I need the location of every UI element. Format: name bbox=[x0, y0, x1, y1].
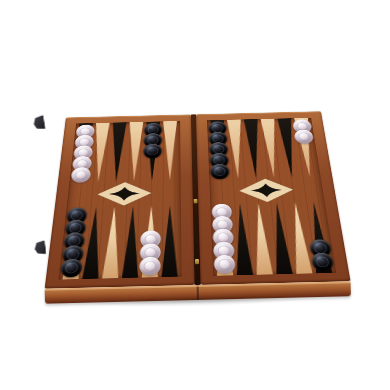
point-7-triangle bbox=[160, 205, 180, 277]
point-16 bbox=[125, 122, 145, 182]
clasp-latch-icon bbox=[34, 240, 46, 255]
white-checker bbox=[71, 167, 91, 183]
checker-stack-point-24 bbox=[292, 119, 314, 144]
checker-stack-point-8 bbox=[139, 230, 160, 275]
checker-stack-point-1 bbox=[309, 239, 334, 271]
board-half-left bbox=[45, 115, 195, 289]
points-row-top-right bbox=[209, 118, 319, 180]
diamond-inlay bbox=[95, 181, 153, 207]
backgammon-board bbox=[45, 111, 351, 288]
black-checker bbox=[60, 259, 82, 278]
point-8 bbox=[140, 205, 161, 277]
playing-field-right bbox=[207, 118, 336, 276]
playing-field-left bbox=[59, 121, 182, 280]
points-row-top-left bbox=[71, 121, 179, 183]
black-checker bbox=[143, 144, 162, 159]
brass-hinge-icon bbox=[195, 259, 199, 264]
point-18-triangle bbox=[161, 121, 179, 181]
white-checker bbox=[294, 129, 314, 143]
point-16-triangle bbox=[125, 122, 145, 182]
diamond-inlay bbox=[237, 177, 296, 203]
white-checker bbox=[214, 255, 236, 274]
black-checker bbox=[210, 164, 229, 180]
product-photo-canvas bbox=[0, 0, 390, 390]
white-checker bbox=[139, 257, 160, 276]
backgammon-set bbox=[39, 54, 351, 303]
checker-stack-point-17 bbox=[143, 123, 162, 159]
points-row-bottom-left bbox=[61, 205, 180, 280]
points-row-bottom-right bbox=[212, 201, 334, 275]
black-checker bbox=[311, 253, 334, 272]
point-17 bbox=[143, 121, 162, 181]
point-7 bbox=[160, 205, 180, 277]
point-18 bbox=[161, 121, 179, 181]
brass-hinge-icon bbox=[194, 199, 198, 204]
board-half-right bbox=[196, 111, 351, 285]
clasp-latch-icon bbox=[33, 115, 46, 131]
